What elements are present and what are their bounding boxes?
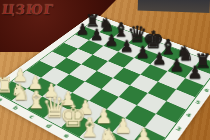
piece-white-r-h1[interactable]: ♜	[118, 138, 143, 140]
piece-black-p-g7[interactable]: ♟	[167, 57, 187, 74]
piece-black-p-h7[interactable]: ♟	[185, 64, 205, 81]
photo-frame: ЦЗЮГ ♜♞♝♛♚♝♞♜♟♟♟♟♟♟♟♟♟♟♟♟♟♟♟♟♜♞♝♛♚♝♞♜ ab…	[0, 0, 210, 140]
watermark-logo: ЦЗЮГ	[1, 2, 54, 17]
